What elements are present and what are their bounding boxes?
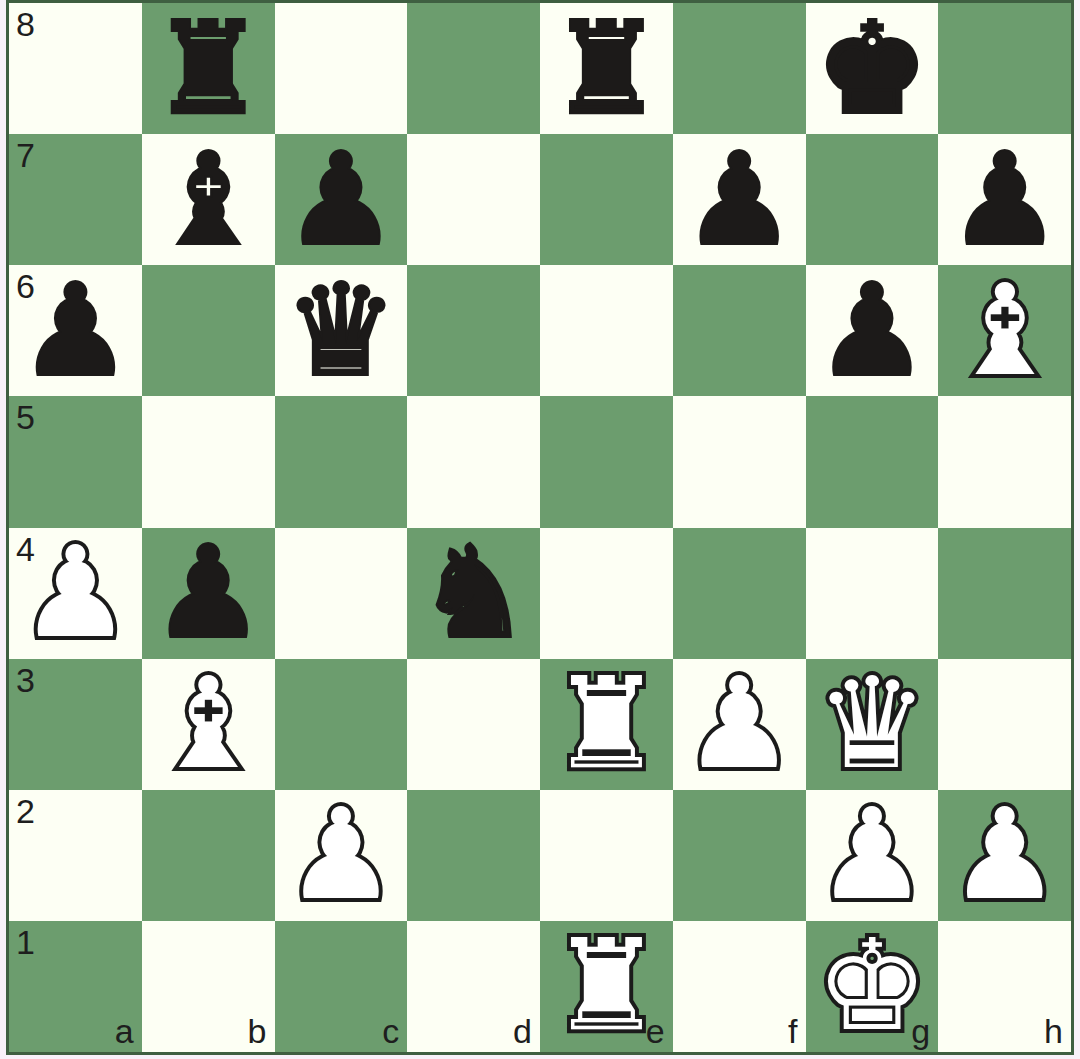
- square-d1[interactable]: d: [407, 921, 540, 1052]
- square-f6[interactable]: [673, 265, 806, 396]
- square-b1[interactable]: b: [142, 921, 275, 1052]
- square-b2[interactable]: [142, 790, 275, 921]
- black-pawn-glyph: ♟: [673, 134, 806, 265]
- square-c3[interactable]: [275, 659, 408, 790]
- square-c4[interactable]: [275, 528, 408, 659]
- black-rook-glyph: ♜: [142, 3, 275, 134]
- white-bishop-glyph: ♝: [938, 265, 1071, 396]
- black-rook-glyph: ♜: [540, 3, 673, 134]
- white-pawn[interactable]: ♟♟: [673, 659, 806, 790]
- square-h4[interactable]: [938, 528, 1071, 659]
- black-queen-glyph: ♛: [275, 265, 408, 396]
- file-label-d: d: [513, 1014, 532, 1048]
- square-h6[interactable]: ♝♝: [938, 265, 1071, 396]
- black-king-glyph: ♚: [806, 3, 939, 134]
- file-label-f: f: [788, 1014, 797, 1048]
- square-h7[interactable]: ♟♟: [938, 134, 1071, 265]
- square-d8[interactable]: [407, 3, 540, 134]
- square-a1[interactable]: 1a: [9, 921, 142, 1052]
- file-label-a: a: [115, 1014, 134, 1048]
- white-queen-glyph: ♛: [806, 659, 939, 790]
- rank-label-6: 6: [16, 269, 35, 303]
- rank-label-4: 4: [16, 532, 35, 566]
- square-b4[interactable]: ♟♟: [142, 528, 275, 659]
- square-f3[interactable]: ♟♟: [673, 659, 806, 790]
- square-b7[interactable]: ♝♝: [142, 134, 275, 265]
- square-d5[interactable]: [407, 396, 540, 527]
- black-rook[interactable]: ♜♜: [540, 3, 673, 134]
- square-b6[interactable]: [142, 265, 275, 396]
- square-e5[interactable]: [540, 396, 673, 527]
- white-bishop[interactable]: ♝♝: [938, 265, 1071, 396]
- square-b8[interactable]: ♜♜: [142, 3, 275, 134]
- black-bishop[interactable]: ♝♝: [142, 134, 275, 265]
- square-g8[interactable]: ♚♚: [806, 3, 939, 134]
- square-c7[interactable]: ♟♟: [275, 134, 408, 265]
- black-pawn[interactable]: ♟♟: [673, 134, 806, 265]
- black-knight[interactable]: ♞♞: [407, 528, 540, 659]
- black-queen[interactable]: ♛♛: [275, 265, 408, 396]
- black-pawn[interactable]: ♟♟: [938, 134, 1071, 265]
- square-g1[interactable]: ♚♚g: [806, 921, 939, 1052]
- square-a5[interactable]: 5: [9, 396, 142, 527]
- white-pawn[interactable]: ♟♟: [806, 790, 939, 921]
- square-h1[interactable]: h: [938, 921, 1071, 1052]
- square-h3[interactable]: [938, 659, 1071, 790]
- rank-label-3: 3: [16, 663, 35, 697]
- black-knight-glyph: ♞: [407, 528, 540, 659]
- black-pawn[interactable]: ♟♟: [275, 134, 408, 265]
- square-f4[interactable]: [673, 528, 806, 659]
- rank-label-7: 7: [16, 138, 35, 172]
- white-pawn[interactable]: ♟♟: [938, 790, 1071, 921]
- square-a4[interactable]: ♟♟4: [9, 528, 142, 659]
- square-c8[interactable]: [275, 3, 408, 134]
- square-a3[interactable]: 3: [9, 659, 142, 790]
- black-pawn-glyph: ♟: [806, 265, 939, 396]
- black-rook[interactable]: ♜♜: [142, 3, 275, 134]
- square-g4[interactable]: [806, 528, 939, 659]
- white-pawn-glyph: ♟: [673, 659, 806, 790]
- white-pawn-glyph: ♟: [938, 790, 1071, 921]
- square-d7[interactable]: [407, 134, 540, 265]
- square-f7[interactable]: ♟♟: [673, 134, 806, 265]
- chess-board: 8♜♜♜♜♚♚7♝♝♟♟♟♟♟♟♟♟6♛♛♟♟♝♝5♟♟4♟♟♞♞3♝♝♜♜♟♟…: [6, 0, 1074, 1055]
- rank-label-2: 2: [16, 794, 35, 828]
- square-b3[interactable]: ♝♝: [142, 659, 275, 790]
- square-d4[interactable]: ♞♞: [407, 528, 540, 659]
- file-label-b: b: [248, 1014, 267, 1048]
- square-e2[interactable]: [540, 790, 673, 921]
- square-d3[interactable]: [407, 659, 540, 790]
- square-a7[interactable]: 7: [9, 134, 142, 265]
- white-rook-glyph: ♜: [540, 659, 673, 790]
- square-e8[interactable]: ♜♜: [540, 3, 673, 134]
- file-label-e: e: [646, 1014, 665, 1048]
- square-h2[interactable]: ♟♟: [938, 790, 1071, 921]
- square-g7[interactable]: [806, 134, 939, 265]
- square-h8[interactable]: [938, 3, 1071, 134]
- square-f2[interactable]: [673, 790, 806, 921]
- white-pawn-glyph: ♟: [806, 790, 939, 921]
- square-d2[interactable]: [407, 790, 540, 921]
- black-pawn[interactable]: ♟♟: [142, 528, 275, 659]
- square-a2[interactable]: 2: [9, 790, 142, 921]
- square-f8[interactable]: [673, 3, 806, 134]
- square-h5[interactable]: [938, 396, 1071, 527]
- file-label-c: c: [382, 1014, 399, 1048]
- square-e3[interactable]: ♜♜: [540, 659, 673, 790]
- white-bishop-glyph: ♝: [142, 659, 275, 790]
- rank-label-1: 1: [16, 925, 35, 959]
- square-e7[interactable]: [540, 134, 673, 265]
- rank-label-5: 5: [16, 400, 35, 434]
- square-c1[interactable]: c: [275, 921, 408, 1052]
- black-pawn[interactable]: ♟♟: [806, 265, 939, 396]
- square-a8[interactable]: 8: [9, 3, 142, 134]
- square-f5[interactable]: [673, 396, 806, 527]
- black-pawn-glyph: ♟: [142, 528, 275, 659]
- white-pawn-glyph: ♟: [275, 790, 408, 921]
- square-e1[interactable]: ♜♜e: [540, 921, 673, 1052]
- square-a6[interactable]: ♟♟6: [9, 265, 142, 396]
- square-e4[interactable]: [540, 528, 673, 659]
- black-pawn-glyph: ♟: [938, 134, 1071, 265]
- square-c6[interactable]: ♛♛: [275, 265, 408, 396]
- page-background: 8♜♜♜♜♚♚7♝♝♟♟♟♟♟♟♟♟6♛♛♟♟♝♝5♟♟4♟♟♞♞3♝♝♜♜♟♟…: [0, 0, 1080, 1059]
- white-pawn[interactable]: ♟♟: [275, 790, 408, 921]
- file-label-g: g: [911, 1014, 930, 1048]
- square-c2[interactable]: ♟♟: [275, 790, 408, 921]
- square-g5[interactable]: [806, 396, 939, 527]
- white-queen[interactable]: ♛♛: [806, 659, 939, 790]
- rank-label-8: 8: [16, 7, 35, 41]
- white-bishop[interactable]: ♝♝: [142, 659, 275, 790]
- square-d6[interactable]: [407, 265, 540, 396]
- square-g2[interactable]: ♟♟: [806, 790, 939, 921]
- square-e6[interactable]: [540, 265, 673, 396]
- white-rook[interactable]: ♜♜: [540, 659, 673, 790]
- black-pawn-glyph: ♟: [275, 134, 408, 265]
- black-bishop-glyph: ♝: [142, 134, 275, 265]
- square-b5[interactable]: [142, 396, 275, 527]
- square-c5[interactable]: [275, 396, 408, 527]
- black-king[interactable]: ♚♚: [806, 3, 939, 134]
- square-g3[interactable]: ♛♛: [806, 659, 939, 790]
- file-label-h: h: [1044, 1014, 1063, 1048]
- square-g6[interactable]: ♟♟: [806, 265, 939, 396]
- square-f1[interactable]: f: [673, 921, 806, 1052]
